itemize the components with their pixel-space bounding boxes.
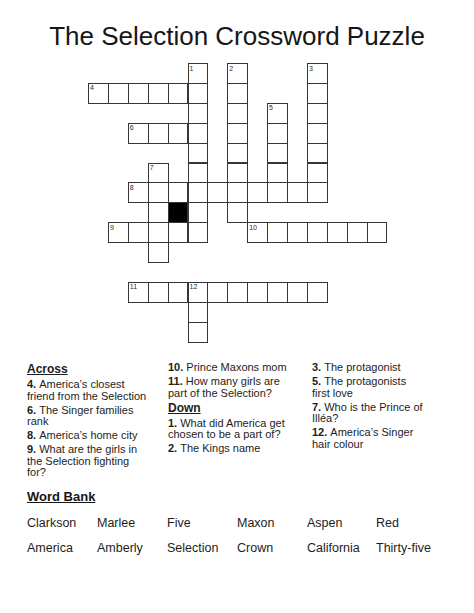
grid-cell-r4c11[interactable] <box>307 143 328 164</box>
word-bank-word-0-5: Red <box>376 516 466 541</box>
grid-cell-r0c5[interactable] <box>188 63 209 84</box>
grid-cell-r1c2[interactable] <box>128 83 149 104</box>
word-bank-word-0-3: Maxon <box>237 516 307 541</box>
grid-cell-r7c5[interactable] <box>188 202 209 223</box>
grid-cell-r5c11[interactable] <box>307 163 328 184</box>
grid-cell-r1c4[interactable] <box>168 83 189 104</box>
clue-across-6: 6. The Singer families rank <box>27 405 147 428</box>
grid-cell-r4c7[interactable] <box>227 143 248 164</box>
clue-down-1: 1. What did America get chosen to be a p… <box>168 418 288 441</box>
grid-cell-r1c0[interactable] <box>88 83 109 104</box>
grid-cell-r1c1[interactable] <box>108 83 129 104</box>
word-bank-word-0-1: Marlee <box>97 516 167 541</box>
grid-cell-r9c3[interactable] <box>148 242 169 263</box>
grid-cell-r6c11[interactable] <box>307 182 328 203</box>
word-bank-word-1-4: California <box>307 541 376 566</box>
puzzle-title: The Selection Crossword Puzzle <box>0 23 474 49</box>
grid-cell-r0c11[interactable] <box>307 63 328 84</box>
grid-cell-r1c7[interactable] <box>227 83 248 104</box>
clue-down-7: 7. Who is the Prince of Illéa? <box>312 402 434 425</box>
grid-cell-r8c8[interactable] <box>247 222 268 243</box>
grid-cell-r6c4[interactable] <box>168 182 189 203</box>
word-bank-heading: Word Bank <box>27 489 95 504</box>
grid-cell-r8c11[interactable] <box>307 222 328 243</box>
across-heading: Across <box>27 363 153 376</box>
word-bank-word-0-4: Aspen <box>307 516 376 541</box>
grid-cell-r8c9[interactable] <box>267 222 288 243</box>
grid-cell-r13c5[interactable] <box>188 322 209 343</box>
word-bank-word-1-3: Crown <box>237 541 307 566</box>
clue-across-9: 9. What are the girls in the Selection f… <box>27 444 149 479</box>
grid-cell-r11c8[interactable] <box>247 282 268 303</box>
grid-cell-r11c4[interactable] <box>168 282 189 303</box>
clue-number: 1. <box>168 417 180 429</box>
grid-cell-r8c1[interactable] <box>108 222 129 243</box>
grid-cell-r11c9[interactable] <box>267 282 288 303</box>
word-bank-word-1-5: Thirty-five <box>376 541 466 566</box>
clue-column-2: 10. Prince Maxons mom11. How many girls … <box>168 362 289 457</box>
word-bank-word-1-0: America <box>27 541 97 566</box>
grid-cell-r2c9[interactable] <box>267 103 288 124</box>
grid-cell-r2c7[interactable] <box>227 103 248 124</box>
grid-cell-r8c5[interactable] <box>188 222 209 243</box>
clue-column-1: Across4. America’s closest friend from t… <box>27 362 153 481</box>
grid-cell-r6c7[interactable] <box>227 182 248 203</box>
grid-cell-r6c5[interactable] <box>188 182 209 203</box>
grid-cell-r3c9[interactable] <box>267 123 288 144</box>
clue-down-2: 2. The Kings name <box>168 443 286 455</box>
grid-cell-r8c12[interactable] <box>327 222 348 243</box>
grid-cell-r8c2[interactable] <box>128 222 149 243</box>
black-cell <box>168 202 189 223</box>
clue-number: 10. <box>168 361 186 373</box>
grid-cell-r3c2[interactable] <box>128 123 149 144</box>
clue-across-10: 10. Prince Maxons mom <box>168 362 289 374</box>
grid-cell-r3c5[interactable] <box>188 123 209 144</box>
grid-cell-r6c8[interactable] <box>247 182 268 203</box>
grid-cell-r8c14[interactable] <box>367 222 388 243</box>
clue-number: 7. <box>312 401 324 413</box>
clue-number: 5. <box>312 375 324 387</box>
grid-cell-r12c5[interactable] <box>188 302 209 323</box>
down-heading: Down <box>168 402 289 415</box>
grid-cell-r5c7[interactable] <box>227 163 248 184</box>
clue-column-3: 3. The protagonist5. The protagonists fi… <box>312 362 444 453</box>
grid-cell-r6c3[interactable] <box>148 182 169 203</box>
grid-cell-r3c7[interactable] <box>227 123 248 144</box>
clue-number: 8. <box>27 429 39 441</box>
crossword-grid: 123456789101112 <box>88 63 387 342</box>
word-bank-word-0-2: Five <box>167 516 237 541</box>
word-bank-word-0-0: Clarkson <box>27 516 97 541</box>
grid-cell-r3c11[interactable] <box>307 123 328 144</box>
word-bank-word-1-2: Selection <box>167 541 237 566</box>
grid-cell-r5c3[interactable] <box>148 163 169 184</box>
grid-cell-r6c9[interactable] <box>267 182 288 203</box>
clue-number: 11. <box>168 375 186 387</box>
clue-down-5: 5. The protagonists first love <box>312 376 412 399</box>
grid-cell-r6c6[interactable] <box>207 182 228 203</box>
grid-cell-r8c3[interactable] <box>148 222 169 243</box>
grid-cell-r1c5[interactable] <box>188 83 209 104</box>
grid-cell-r11c2[interactable] <box>128 282 149 303</box>
grid-cell-r8c13[interactable] <box>347 222 368 243</box>
grid-cell-r3c3[interactable] <box>148 123 169 144</box>
word-bank-word-1-1: Amberly <box>97 541 167 566</box>
grid-cell-r4c5[interactable] <box>188 143 209 164</box>
grid-cell-r6c2[interactable] <box>128 182 149 203</box>
clue-across-8: 8. America’s home city <box>27 430 153 442</box>
grid-cell-r7c3[interactable] <box>148 202 169 223</box>
grid-cell-r11c5[interactable] <box>188 282 209 303</box>
clue-across-4: 4. America’s closest friend from the Sel… <box>27 379 153 402</box>
clue-across-11: 11. How many girls are part of the Selec… <box>168 376 288 399</box>
grid-cell-r4c9[interactable] <box>267 143 288 164</box>
grid-cell-r2c11[interactable] <box>307 103 328 124</box>
grid-cell-r11c7[interactable] <box>227 282 248 303</box>
grid-cell-r11c3[interactable] <box>148 282 169 303</box>
clue-down-3: 3. The protagonist <box>312 362 438 374</box>
grid-cell-r1c11[interactable] <box>307 83 328 104</box>
grid-cell-r2c5[interactable] <box>188 103 209 124</box>
grid-cell-r0c7[interactable] <box>227 63 248 84</box>
clue-number: 6. <box>27 404 39 416</box>
grid-cell-r11c6[interactable] <box>207 282 228 303</box>
grid-cell-r7c7[interactable] <box>227 202 248 223</box>
clue-number: 3. <box>312 361 324 373</box>
grid-cell-r5c9[interactable] <box>267 163 288 184</box>
grid-cell-r8c4[interactable] <box>168 222 189 243</box>
clue-number: 9. <box>27 443 39 455</box>
clue-number: 2. <box>168 442 180 454</box>
clue-number: 12. <box>312 426 330 438</box>
grid-cell-r5c5[interactable] <box>188 163 209 184</box>
grid-cell-r11c11[interactable] <box>307 282 328 303</box>
clue-down-12: 12. America’s Singer hair colour <box>312 427 434 450</box>
grid-cell-r1c3[interactable] <box>148 83 169 104</box>
grid-cell-r8c10[interactable] <box>287 222 308 243</box>
grid-cell-r3c4[interactable] <box>168 123 189 144</box>
clue-number: 4. <box>27 378 39 390</box>
grid-cell-r11c10[interactable] <box>287 282 308 303</box>
grid-cell-r6c10[interactable] <box>287 182 308 203</box>
word-bank-grid: ClarksonMarleeFiveMaxonAspenRedAmericaAm… <box>27 516 466 567</box>
